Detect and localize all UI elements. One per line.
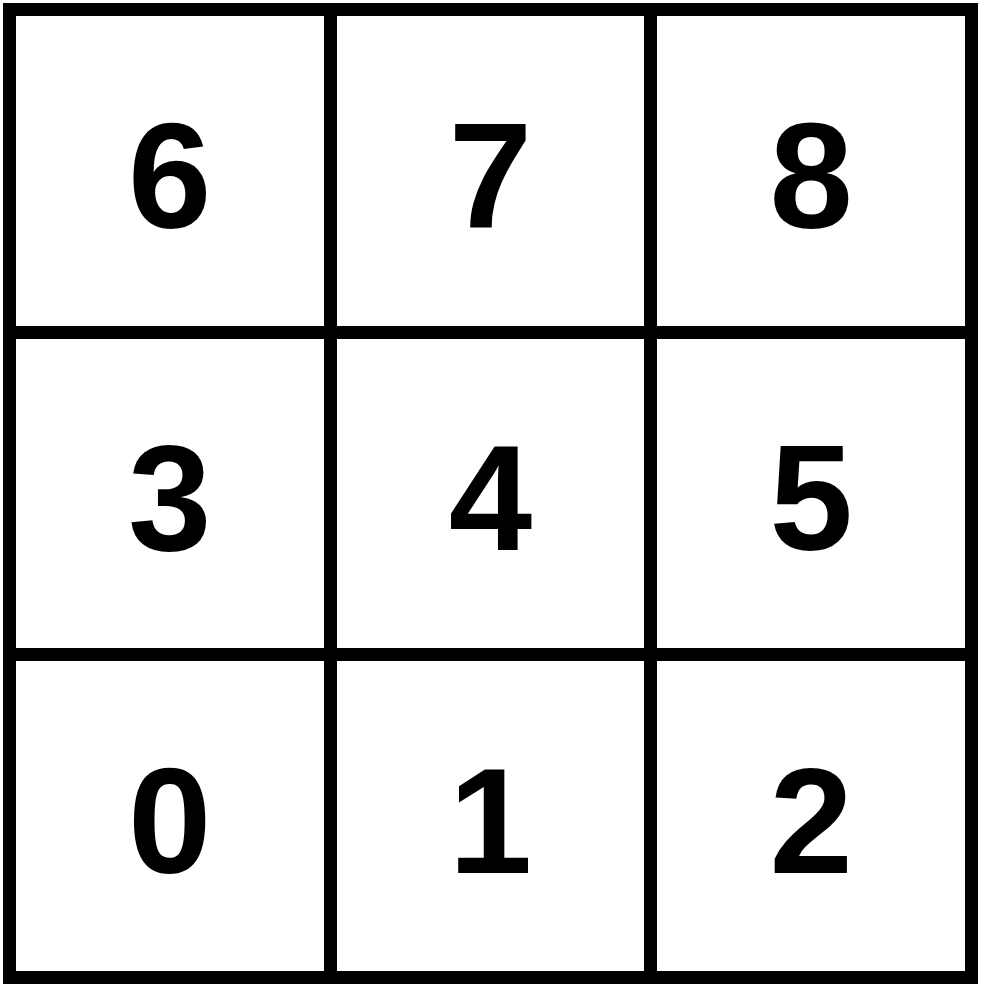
cell-0-label: 0 bbox=[128, 746, 211, 896]
number-grid-board: 6 7 8 3 4 5 0 1 2 bbox=[3, 3, 978, 984]
cell-7[interactable]: 7 bbox=[337, 16, 645, 326]
cell-1-label: 1 bbox=[449, 746, 532, 896]
cell-6-label: 6 bbox=[128, 101, 211, 251]
cell-7-label: 7 bbox=[449, 101, 532, 251]
cell-2[interactable]: 2 bbox=[657, 661, 965, 971]
cell-1[interactable]: 1 bbox=[337, 661, 645, 971]
cell-5[interactable]: 5 bbox=[657, 339, 965, 649]
cell-3[interactable]: 3 bbox=[16, 339, 324, 649]
cell-4[interactable]: 4 bbox=[337, 339, 645, 649]
cell-3-label: 3 bbox=[128, 423, 211, 573]
cell-8-label: 8 bbox=[769, 101, 852, 251]
page: 6 7 8 3 4 5 0 1 2 bbox=[0, 0, 981, 987]
cell-0[interactable]: 0 bbox=[16, 661, 324, 971]
cell-2-label: 2 bbox=[769, 746, 852, 896]
cell-8[interactable]: 8 bbox=[657, 16, 965, 326]
cell-4-label: 4 bbox=[449, 423, 532, 573]
cell-6[interactable]: 6 bbox=[16, 16, 324, 326]
cell-5-label: 5 bbox=[769, 423, 852, 573]
